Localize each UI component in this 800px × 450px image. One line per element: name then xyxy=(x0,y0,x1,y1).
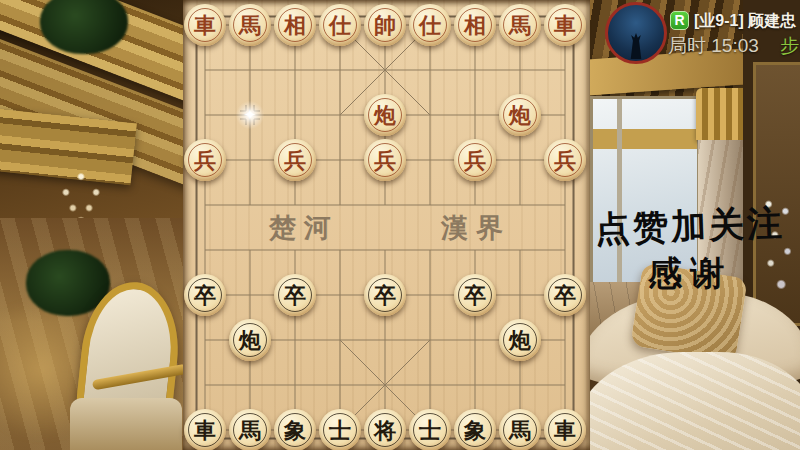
screenshot-root: 楚河 漢界 車馬相仕帥仕相馬車炮炮兵兵兵兵兵卒卒卒卒卒炮炮車馬象士将士象馬車 ✦… xyxy=(0,0,800,450)
gold-chair-seat xyxy=(70,398,182,450)
window-transom-bar xyxy=(593,129,697,149)
piece-red-r0c0[interactable]: 車 xyxy=(184,4,226,46)
piece-red-r0c5[interactable]: 仕 xyxy=(409,4,451,46)
piece-character: 馬 xyxy=(239,419,261,441)
piece-character: 兵 xyxy=(194,149,216,171)
piece-character: 炮 xyxy=(509,329,531,351)
piece-black-r9c0[interactable]: 車 xyxy=(184,409,226,450)
game-time: 局时 15:03 xyxy=(668,35,764,56)
piece-red-r0c7[interactable]: 馬 xyxy=(499,4,541,46)
piece-red-r0c1[interactable]: 馬 xyxy=(229,4,271,46)
piece-character: 帥 xyxy=(374,14,396,36)
piece-black-r6c2[interactable]: 卒 xyxy=(274,274,316,316)
sofa-seat-cushion xyxy=(588,352,800,450)
piece-red-r3c0[interactable]: 兵 xyxy=(184,139,226,181)
piece-character: 卒 xyxy=(374,284,396,306)
piece-red-r3c2[interactable]: 兵 xyxy=(274,139,316,181)
piece-red-r0c4[interactable]: 帥 xyxy=(364,4,406,46)
piece-red-r3c4[interactable]: 兵 xyxy=(364,139,406,181)
caption-line2: 感谢 xyxy=(588,251,792,297)
piece-black-r6c4[interactable]: 卒 xyxy=(364,274,406,316)
piece-character: 兵 xyxy=(374,149,396,171)
piece-character: 車 xyxy=(554,14,576,36)
piece-character: 仕 xyxy=(419,14,441,36)
step-time: 步时 xyxy=(780,35,800,56)
piece-character: 兵 xyxy=(464,149,486,171)
corinthian-capital xyxy=(696,88,750,140)
piece-black-r9c6[interactable]: 象 xyxy=(454,409,496,450)
river-label-left: 楚河 xyxy=(249,210,359,246)
piece-character: 車 xyxy=(194,14,216,36)
piece-character: 卒 xyxy=(284,284,306,306)
caption-line1: 点赞加关注 xyxy=(587,199,793,253)
piece-black-r9c3[interactable]: 士 xyxy=(319,409,361,450)
piece-character: 馬 xyxy=(509,14,531,36)
piece-character: 車 xyxy=(554,419,576,441)
piece-character: 士 xyxy=(329,419,351,441)
piece-red-r0c6[interactable]: 相 xyxy=(454,4,496,46)
last-move-marker: ✦ xyxy=(236,101,264,129)
piece-character: 卒 xyxy=(194,284,216,306)
piece-black-r9c1[interactable]: 馬 xyxy=(229,409,271,450)
piece-character: 炮 xyxy=(239,329,261,351)
piece-character: 士 xyxy=(419,419,441,441)
timers: 局时 15:03 步时 xyxy=(668,33,800,59)
piece-character: 馬 xyxy=(509,419,531,441)
deer-silhouette-icon xyxy=(625,33,647,59)
piece-character: 象 xyxy=(284,419,306,441)
piece-character: 象 xyxy=(464,419,486,441)
piece-red-r0c3[interactable]: 仕 xyxy=(319,4,361,46)
piece-character: 卒 xyxy=(464,284,486,306)
piece-character: 将 xyxy=(374,419,396,441)
piece-red-r3c6[interactable]: 兵 xyxy=(454,139,496,181)
piece-black-r9c8[interactable]: 車 xyxy=(544,409,586,450)
piece-red-r2c4[interactable]: 炮 xyxy=(364,94,406,136)
piece-character: 仕 xyxy=(329,14,351,36)
piece-character: 相 xyxy=(284,14,306,36)
piece-character: 炮 xyxy=(509,104,531,126)
avatar xyxy=(605,2,667,64)
piece-black-r7c7[interactable]: 炮 xyxy=(499,319,541,361)
piece-red-r0c8[interactable]: 車 xyxy=(544,4,586,46)
piece-black-r9c5[interactable]: 士 xyxy=(409,409,451,450)
piece-black-r7c1[interactable]: 炮 xyxy=(229,319,271,361)
piece-character: 馬 xyxy=(239,14,261,36)
stream-info-overlay: R [业9-1] 顾建忠 局时 15:03 步时 xyxy=(588,0,800,66)
piece-black-r6c0[interactable]: 卒 xyxy=(184,274,226,316)
piece-black-r9c4[interactable]: 将 xyxy=(364,409,406,450)
piece-black-r9c7[interactable]: 馬 xyxy=(499,409,541,450)
river-label-right: 漢界 xyxy=(421,210,531,246)
caption-overlay: 点赞加关注 感谢 xyxy=(588,203,792,297)
piece-red-r2c7[interactable]: 炮 xyxy=(499,94,541,136)
piece-red-r0c2[interactable]: 相 xyxy=(274,4,316,46)
streamer-name: [业9-1] 顾建忠 xyxy=(694,11,796,32)
piece-black-r9c2[interactable]: 象 xyxy=(274,409,316,450)
piece-red-r3c8[interactable]: 兵 xyxy=(544,139,586,181)
background-left-palace xyxy=(0,0,186,450)
piece-character: 兵 xyxy=(554,149,576,171)
piece-character: 相 xyxy=(464,14,486,36)
piece-character: 炮 xyxy=(374,104,396,126)
piece-character: 兵 xyxy=(284,149,306,171)
piece-black-r6c8[interactable]: 卒 xyxy=(544,274,586,316)
piece-character: 卒 xyxy=(554,284,576,306)
xiangqi-board[interactable]: 楚河 漢界 車馬相仕帥仕相馬車炮炮兵兵兵兵兵卒卒卒卒卒炮炮車馬象士将士象馬車 ✦ xyxy=(183,0,590,450)
rank-badge-icon: R xyxy=(670,11,689,30)
piece-black-r6c6[interactable]: 卒 xyxy=(454,274,496,316)
piece-character: 車 xyxy=(194,419,216,441)
